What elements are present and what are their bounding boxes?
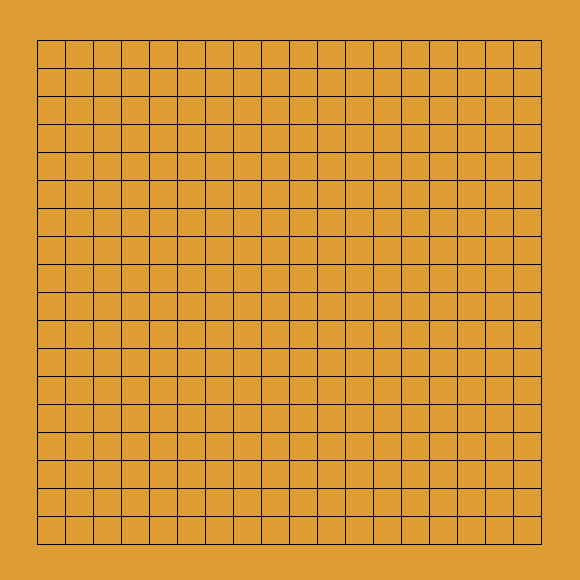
go-application: { "game": "go", "board": { "size": 19, "… [0,0,580,580]
go-board [23,26,555,558]
board-grid [23,26,555,558]
